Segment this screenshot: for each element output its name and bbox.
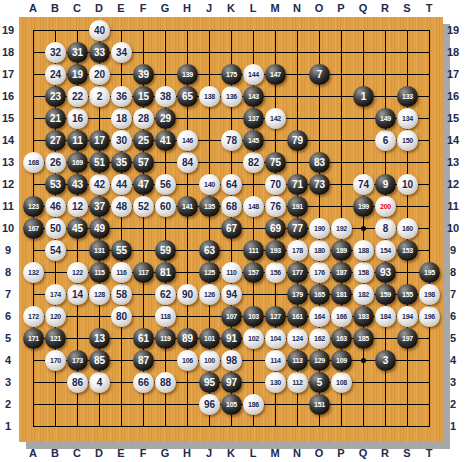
move-number: 100 bbox=[204, 357, 215, 364]
stone-white-M15: 142 bbox=[265, 108, 286, 129]
stone-black-R15: 149 bbox=[375, 108, 396, 129]
col-label-bottom-T: T bbox=[426, 447, 433, 459]
stone-black-F13: 57 bbox=[133, 152, 154, 173]
move-number: 193 bbox=[270, 247, 281, 254]
move-number: 187 bbox=[336, 269, 347, 276]
stone-black-F16: 15 bbox=[133, 86, 154, 107]
move-number: 17 bbox=[94, 135, 105, 145]
stone-black-N7: 179 bbox=[287, 284, 308, 305]
stone-black-C13: 169 bbox=[67, 152, 88, 173]
stone-white-L13: 82 bbox=[243, 152, 264, 173]
stone-black-O7: 165 bbox=[309, 284, 330, 305]
stone-black-D5: 13 bbox=[89, 328, 110, 349]
row-label-left-19: 19 bbox=[2, 24, 14, 36]
move-number: 181 bbox=[336, 291, 347, 298]
stone-black-M6: 127 bbox=[265, 306, 286, 327]
move-number: 66 bbox=[138, 377, 149, 387]
row-label-left-18: 18 bbox=[2, 46, 14, 58]
row-label-right-19: 19 bbox=[447, 24, 459, 36]
move-number: 34 bbox=[116, 47, 127, 57]
move-number: 131 bbox=[94, 247, 105, 254]
move-number: 3 bbox=[383, 355, 389, 365]
row-label-right-7: 7 bbox=[450, 288, 456, 300]
move-number: 122 bbox=[72, 269, 83, 276]
stone-black-T8: 195 bbox=[419, 262, 440, 283]
stone-white-R6: 184 bbox=[375, 306, 396, 327]
move-number: 114 bbox=[270, 357, 280, 364]
stone-white-D17: 20 bbox=[89, 64, 110, 85]
stone-black-D4: 85 bbox=[89, 350, 110, 371]
move-number: 62 bbox=[160, 289, 171, 299]
move-number: 108 bbox=[336, 379, 347, 386]
move-number: 106 bbox=[182, 357, 193, 364]
move-number: 70 bbox=[270, 179, 281, 189]
stone-black-D14: 17 bbox=[89, 130, 110, 151]
stone-black-M9: 193 bbox=[265, 240, 286, 261]
stone-white-M5: 104 bbox=[265, 328, 286, 349]
move-number: 79 bbox=[292, 135, 303, 145]
move-number: 190 bbox=[314, 225, 325, 232]
stone-white-R14: 6 bbox=[375, 130, 396, 151]
move-number: 186 bbox=[248, 401, 259, 408]
stone-white-J16: 138 bbox=[199, 86, 220, 107]
stone-white-G7: 62 bbox=[155, 284, 176, 305]
move-number: 29 bbox=[160, 113, 171, 123]
row-label-left-8: 8 bbox=[5, 266, 11, 278]
stone-white-C16: 22 bbox=[67, 86, 88, 107]
move-number: 45 bbox=[72, 223, 83, 233]
move-number: 51 bbox=[94, 157, 105, 167]
stone-black-O2: 151 bbox=[309, 394, 330, 415]
move-number: 63 bbox=[204, 245, 215, 255]
move-number: 23 bbox=[50, 91, 61, 101]
stone-black-L9: 111 bbox=[243, 240, 264, 261]
stone-black-P5: 163 bbox=[331, 328, 352, 349]
move-number: 57 bbox=[138, 157, 149, 167]
move-number: 7 bbox=[317, 69, 323, 79]
move-number: 150 bbox=[402, 137, 413, 144]
move-number: 77 bbox=[292, 223, 303, 233]
move-number: 76 bbox=[270, 201, 281, 211]
move-number: 182 bbox=[358, 291, 369, 298]
stone-white-H13: 84 bbox=[177, 152, 198, 173]
move-number: 81 bbox=[160, 267, 171, 277]
move-number: 88 bbox=[160, 377, 171, 387]
stone-black-D9: 131 bbox=[89, 240, 110, 261]
col-label-top-P: P bbox=[337, 2, 344, 14]
stone-white-B17: 24 bbox=[45, 64, 66, 85]
move-number: 101 bbox=[204, 335, 215, 342]
move-number: 90 bbox=[182, 289, 193, 299]
stone-white-A13: 168 bbox=[23, 152, 44, 173]
move-number: 158 bbox=[358, 269, 369, 276]
stone-black-B12: 53 bbox=[45, 174, 66, 195]
move-number: 137 bbox=[248, 115, 259, 122]
move-number: 86 bbox=[72, 377, 83, 387]
row-label-right-12: 12 bbox=[447, 178, 459, 190]
stone-black-C4: 173 bbox=[67, 350, 88, 371]
move-number: 109 bbox=[336, 357, 347, 364]
stone-black-H5: 89 bbox=[177, 328, 198, 349]
stone-black-N14: 79 bbox=[287, 130, 308, 151]
row-label-right-4: 4 bbox=[450, 354, 456, 366]
move-number: 5 bbox=[317, 377, 323, 387]
row-label-left-6: 6 bbox=[5, 310, 11, 322]
move-number: 146 bbox=[182, 137, 193, 144]
move-number: 89 bbox=[182, 333, 193, 343]
stone-white-J7: 126 bbox=[199, 284, 220, 305]
row-label-right-6: 6 bbox=[450, 310, 456, 322]
move-number: 20 bbox=[94, 69, 105, 79]
stone-black-O4: 129 bbox=[309, 350, 330, 371]
move-number: 53 bbox=[50, 179, 61, 189]
move-number: 140 bbox=[204, 181, 215, 188]
stone-black-C12: 43 bbox=[67, 174, 88, 195]
col-label-bottom-S: S bbox=[403, 447, 410, 459]
stone-black-G15: 29 bbox=[155, 108, 176, 129]
col-label-top-L: L bbox=[250, 2, 257, 14]
stone-black-S9: 153 bbox=[397, 240, 418, 261]
stone-black-H11: 141 bbox=[177, 196, 198, 217]
stone-black-D13: 51 bbox=[89, 152, 110, 173]
move-number: 60 bbox=[160, 201, 171, 211]
move-number: 98 bbox=[226, 355, 237, 365]
move-number: 74 bbox=[358, 179, 369, 189]
stone-black-N4: 113 bbox=[287, 350, 308, 371]
move-number: 164 bbox=[314, 313, 325, 320]
stone-black-D10: 49 bbox=[89, 218, 110, 239]
stone-white-C3: 86 bbox=[67, 372, 88, 393]
move-number: 161 bbox=[292, 313, 303, 320]
col-label-top-D: D bbox=[95, 2, 103, 14]
col-label-top-B: B bbox=[51, 2, 59, 14]
row-label-left-9: 9 bbox=[5, 244, 11, 256]
move-number: 12 bbox=[72, 201, 83, 211]
stone-white-B10: 50 bbox=[45, 218, 66, 239]
stone-black-A5: 171 bbox=[23, 328, 44, 349]
move-number: 147 bbox=[270, 71, 281, 78]
move-number: 196 bbox=[424, 313, 435, 320]
stone-black-G5: 119 bbox=[155, 328, 176, 349]
move-number: 113 bbox=[292, 357, 302, 364]
stone-black-F8: 117 bbox=[133, 262, 154, 283]
stone-black-K2: 105 bbox=[221, 394, 242, 415]
move-number: 198 bbox=[424, 291, 435, 298]
stone-white-K8: 110 bbox=[221, 262, 242, 283]
row-label-right-15: 15 bbox=[447, 112, 459, 124]
move-number: 46 bbox=[50, 201, 61, 211]
stone-black-H17: 139 bbox=[177, 64, 198, 85]
move-number: 184 bbox=[380, 313, 391, 320]
stone-black-L15: 137 bbox=[243, 108, 264, 129]
stone-white-R10: 8 bbox=[375, 218, 396, 239]
move-number: 2 bbox=[97, 91, 103, 101]
move-number: 91 bbox=[226, 333, 237, 343]
grid-line-horizontal bbox=[33, 426, 430, 427]
go-board[interactable]: 1234567891011121314151617181920212223242… bbox=[19, 17, 443, 442]
stone-black-K3: 97 bbox=[221, 372, 242, 393]
move-number: 135 bbox=[204, 203, 215, 210]
stone-white-D3: 4 bbox=[89, 372, 110, 393]
move-number: 33 bbox=[94, 47, 105, 57]
stone-black-S16: 133 bbox=[397, 86, 418, 107]
stone-black-J9: 63 bbox=[199, 240, 220, 261]
move-number: 180 bbox=[314, 247, 325, 254]
stone-white-G11: 60 bbox=[155, 196, 176, 217]
move-number: 13 bbox=[94, 333, 105, 343]
stone-white-E15: 18 bbox=[111, 108, 132, 129]
move-number: 82 bbox=[248, 157, 259, 167]
stone-white-B9: 54 bbox=[45, 240, 66, 261]
stone-black-P9: 189 bbox=[331, 240, 352, 261]
row-label-left-1: 1 bbox=[5, 420, 11, 432]
move-number: 175 bbox=[226, 71, 237, 78]
move-number: 43 bbox=[72, 179, 83, 189]
col-label-top-F: F bbox=[140, 2, 147, 14]
stone-black-K6: 107 bbox=[221, 306, 242, 327]
stone-white-F15: 28 bbox=[133, 108, 154, 129]
row-label-left-5: 5 bbox=[5, 332, 11, 344]
move-number: 145 bbox=[248, 137, 259, 144]
move-number: 65 bbox=[182, 91, 193, 101]
stone-white-P10: 192 bbox=[331, 218, 352, 239]
stone-white-E6: 80 bbox=[111, 306, 132, 327]
stone-white-S14: 150 bbox=[397, 130, 418, 151]
move-number: 73 bbox=[314, 179, 325, 189]
row-label-left-13: 13 bbox=[2, 156, 14, 168]
move-number: 191 bbox=[292, 203, 303, 210]
stone-black-L16: 143 bbox=[243, 86, 264, 107]
stone-white-O9: 180 bbox=[309, 240, 330, 261]
move-number: 42 bbox=[94, 179, 105, 189]
stone-white-K4: 98 bbox=[221, 350, 242, 371]
col-label-bottom-J: J bbox=[206, 447, 212, 459]
move-number: 126 bbox=[204, 291, 215, 298]
stone-black-O3: 5 bbox=[309, 372, 330, 393]
stone-black-J11: 135 bbox=[199, 196, 220, 217]
move-number: 125 bbox=[204, 269, 215, 276]
stone-black-F5: 61 bbox=[133, 328, 154, 349]
move-number: 178 bbox=[292, 247, 303, 254]
col-label-bottom-C: C bbox=[73, 447, 81, 459]
stone-black-F17: 39 bbox=[133, 64, 154, 85]
stone-black-R8: 93 bbox=[375, 262, 396, 283]
move-number: 117 bbox=[138, 269, 148, 276]
stone-black-S5: 197 bbox=[397, 328, 418, 349]
move-number: 54 bbox=[50, 245, 61, 255]
stone-black-B16: 23 bbox=[45, 86, 66, 107]
move-number: 78 bbox=[226, 135, 237, 145]
move-number: 8 bbox=[383, 223, 389, 233]
move-number: 189 bbox=[336, 247, 347, 254]
move-number: 14 bbox=[72, 289, 83, 299]
row-label-right-11: 11 bbox=[447, 200, 459, 212]
col-label-top-A: A bbox=[29, 2, 37, 14]
move-number: 166 bbox=[336, 313, 347, 320]
move-number: 11 bbox=[72, 135, 83, 145]
stone-black-C14: 11 bbox=[67, 130, 88, 151]
row-label-right-2: 2 bbox=[450, 398, 456, 410]
stone-white-L5: 102 bbox=[243, 328, 264, 349]
move-number: 199 bbox=[358, 203, 369, 210]
col-label-top-N: N bbox=[293, 2, 301, 14]
col-label-bottom-H: H bbox=[183, 447, 191, 459]
stone-black-Q6: 183 bbox=[353, 306, 374, 327]
move-number: 61 bbox=[138, 333, 149, 343]
move-number: 110 bbox=[226, 269, 236, 276]
move-number: 26 bbox=[50, 157, 61, 167]
go-kifu-viewer: 1234567891011121314151617181920212223242… bbox=[0, 0, 472, 462]
move-number: 30 bbox=[116, 135, 127, 145]
stone-black-R4: 3 bbox=[375, 350, 396, 371]
stone-white-B13: 26 bbox=[45, 152, 66, 173]
stone-white-C15: 16 bbox=[67, 108, 88, 129]
row-label-right-17: 17 bbox=[447, 68, 459, 80]
stone-black-K5: 91 bbox=[221, 328, 242, 349]
move-number: 195 bbox=[424, 269, 435, 276]
move-number: 154 bbox=[380, 247, 391, 254]
stone-black-J8: 125 bbox=[199, 262, 220, 283]
stone-black-P7: 181 bbox=[331, 284, 352, 305]
row-label-right-9: 9 bbox=[450, 244, 456, 256]
move-number: 183 bbox=[358, 313, 369, 320]
stone-white-D7: 128 bbox=[89, 284, 110, 305]
stone-black-K17: 175 bbox=[221, 64, 242, 85]
stone-white-R9: 154 bbox=[375, 240, 396, 261]
move-number: 32 bbox=[50, 47, 61, 57]
col-label-bottom-K: K bbox=[227, 447, 235, 459]
stone-white-G3: 88 bbox=[155, 372, 176, 393]
stone-white-M3: 130 bbox=[265, 372, 286, 393]
move-number: 170 bbox=[50, 357, 61, 364]
move-number: 4 bbox=[97, 377, 103, 387]
stone-white-E16: 36 bbox=[111, 86, 132, 107]
col-label-bottom-P: P bbox=[337, 447, 344, 459]
move-number: 139 bbox=[182, 71, 193, 78]
stone-black-B15: 21 bbox=[45, 108, 66, 129]
stone-white-P6: 166 bbox=[331, 306, 352, 327]
stone-black-F14: 25 bbox=[133, 130, 154, 151]
col-label-bottom-G: G bbox=[161, 447, 170, 459]
stone-white-G16: 38 bbox=[155, 86, 176, 107]
stone-black-J3: 95 bbox=[199, 372, 220, 393]
move-number: 38 bbox=[160, 91, 171, 101]
move-number: 105 bbox=[226, 401, 237, 408]
stone-black-S7: 155 bbox=[397, 284, 418, 305]
move-number: 194 bbox=[402, 313, 413, 320]
stone-black-A11: 123 bbox=[23, 196, 44, 217]
row-label-right-10: 10 bbox=[447, 222, 459, 234]
grid-line-vertical bbox=[429, 30, 430, 427]
move-number: 151 bbox=[314, 401, 325, 408]
stone-black-K10: 67 bbox=[221, 218, 242, 239]
col-label-top-G: G bbox=[161, 2, 170, 14]
stone-white-K11: 68 bbox=[221, 196, 242, 217]
stone-white-M8: 156 bbox=[265, 262, 286, 283]
move-number: 52 bbox=[138, 201, 149, 211]
col-label-bottom-L: L bbox=[250, 447, 257, 459]
stone-black-M10: 69 bbox=[265, 218, 286, 239]
col-label-top-E: E bbox=[117, 2, 124, 14]
move-number: 47 bbox=[138, 179, 149, 189]
move-number: 87 bbox=[138, 355, 149, 365]
stone-white-G6: 118 bbox=[155, 306, 176, 327]
move-number: 69 bbox=[270, 223, 281, 233]
move-number: 39 bbox=[138, 69, 149, 79]
stone-white-D16: 2 bbox=[89, 86, 110, 107]
stone-white-B4: 170 bbox=[45, 350, 66, 371]
col-label-top-C: C bbox=[73, 2, 81, 14]
stone-white-H4: 106 bbox=[177, 350, 198, 371]
move-number: 169 bbox=[72, 159, 83, 166]
move-number: 19 bbox=[72, 69, 83, 79]
move-number: 50 bbox=[50, 223, 61, 233]
col-label-top-O: O bbox=[315, 2, 324, 14]
move-number: 36 bbox=[116, 91, 127, 101]
col-label-bottom-M: M bbox=[270, 447, 279, 459]
move-number: 155 bbox=[402, 291, 413, 298]
star-point-Q10 bbox=[361, 226, 366, 231]
move-number: 176 bbox=[314, 269, 325, 276]
move-number: 64 bbox=[226, 179, 237, 189]
move-number: 157 bbox=[248, 269, 259, 276]
stone-white-N3: 112 bbox=[287, 372, 308, 393]
stone-white-C11: 12 bbox=[67, 196, 88, 217]
move-number: 18 bbox=[116, 113, 127, 123]
move-number: 10 bbox=[402, 179, 413, 189]
row-label-right-18: 18 bbox=[447, 46, 459, 58]
stone-white-E7: 58 bbox=[111, 284, 132, 305]
move-number: 188 bbox=[358, 247, 369, 254]
stone-black-Q11: 199 bbox=[353, 196, 374, 217]
stone-white-B18: 32 bbox=[45, 42, 66, 63]
stone-white-S12: 10 bbox=[397, 174, 418, 195]
move-number: 141 bbox=[182, 203, 193, 210]
move-number: 163 bbox=[336, 335, 347, 342]
move-number: 9 bbox=[383, 179, 389, 189]
row-label-right-14: 14 bbox=[447, 134, 459, 146]
stone-white-Q7: 182 bbox=[353, 284, 374, 305]
move-number: 134 bbox=[402, 115, 413, 122]
stone-black-D11: 37 bbox=[89, 196, 110, 217]
row-label-right-1: 1 bbox=[450, 420, 456, 432]
move-number: 118 bbox=[160, 313, 170, 320]
row-label-left-4: 4 bbox=[5, 354, 11, 366]
col-label-bottom-E: E bbox=[117, 447, 124, 459]
stone-white-K14: 78 bbox=[221, 130, 242, 151]
row-label-left-15: 15 bbox=[2, 112, 14, 124]
stone-white-M12: 70 bbox=[265, 174, 286, 195]
stone-white-O8: 176 bbox=[309, 262, 330, 283]
stone-black-Q16: 1 bbox=[353, 86, 374, 107]
stone-white-K7: 94 bbox=[221, 284, 242, 305]
move-number: 55 bbox=[116, 245, 127, 255]
col-label-bottom-B: B bbox=[51, 447, 59, 459]
stone-white-S15: 134 bbox=[397, 108, 418, 129]
move-number: 24 bbox=[50, 69, 61, 79]
row-label-left-11: 11 bbox=[2, 200, 14, 212]
move-number: 192 bbox=[336, 225, 347, 232]
stone-white-D19: 40 bbox=[89, 20, 110, 41]
move-number: 153 bbox=[402, 247, 413, 254]
move-number: 40 bbox=[94, 25, 105, 35]
move-number: 80 bbox=[116, 311, 127, 321]
stone-black-L14: 145 bbox=[243, 130, 264, 151]
col-label-top-R: R bbox=[381, 2, 389, 14]
star-point-Q4 bbox=[361, 358, 366, 363]
move-number: 127 bbox=[270, 313, 281, 320]
stone-white-E14: 30 bbox=[111, 130, 132, 151]
